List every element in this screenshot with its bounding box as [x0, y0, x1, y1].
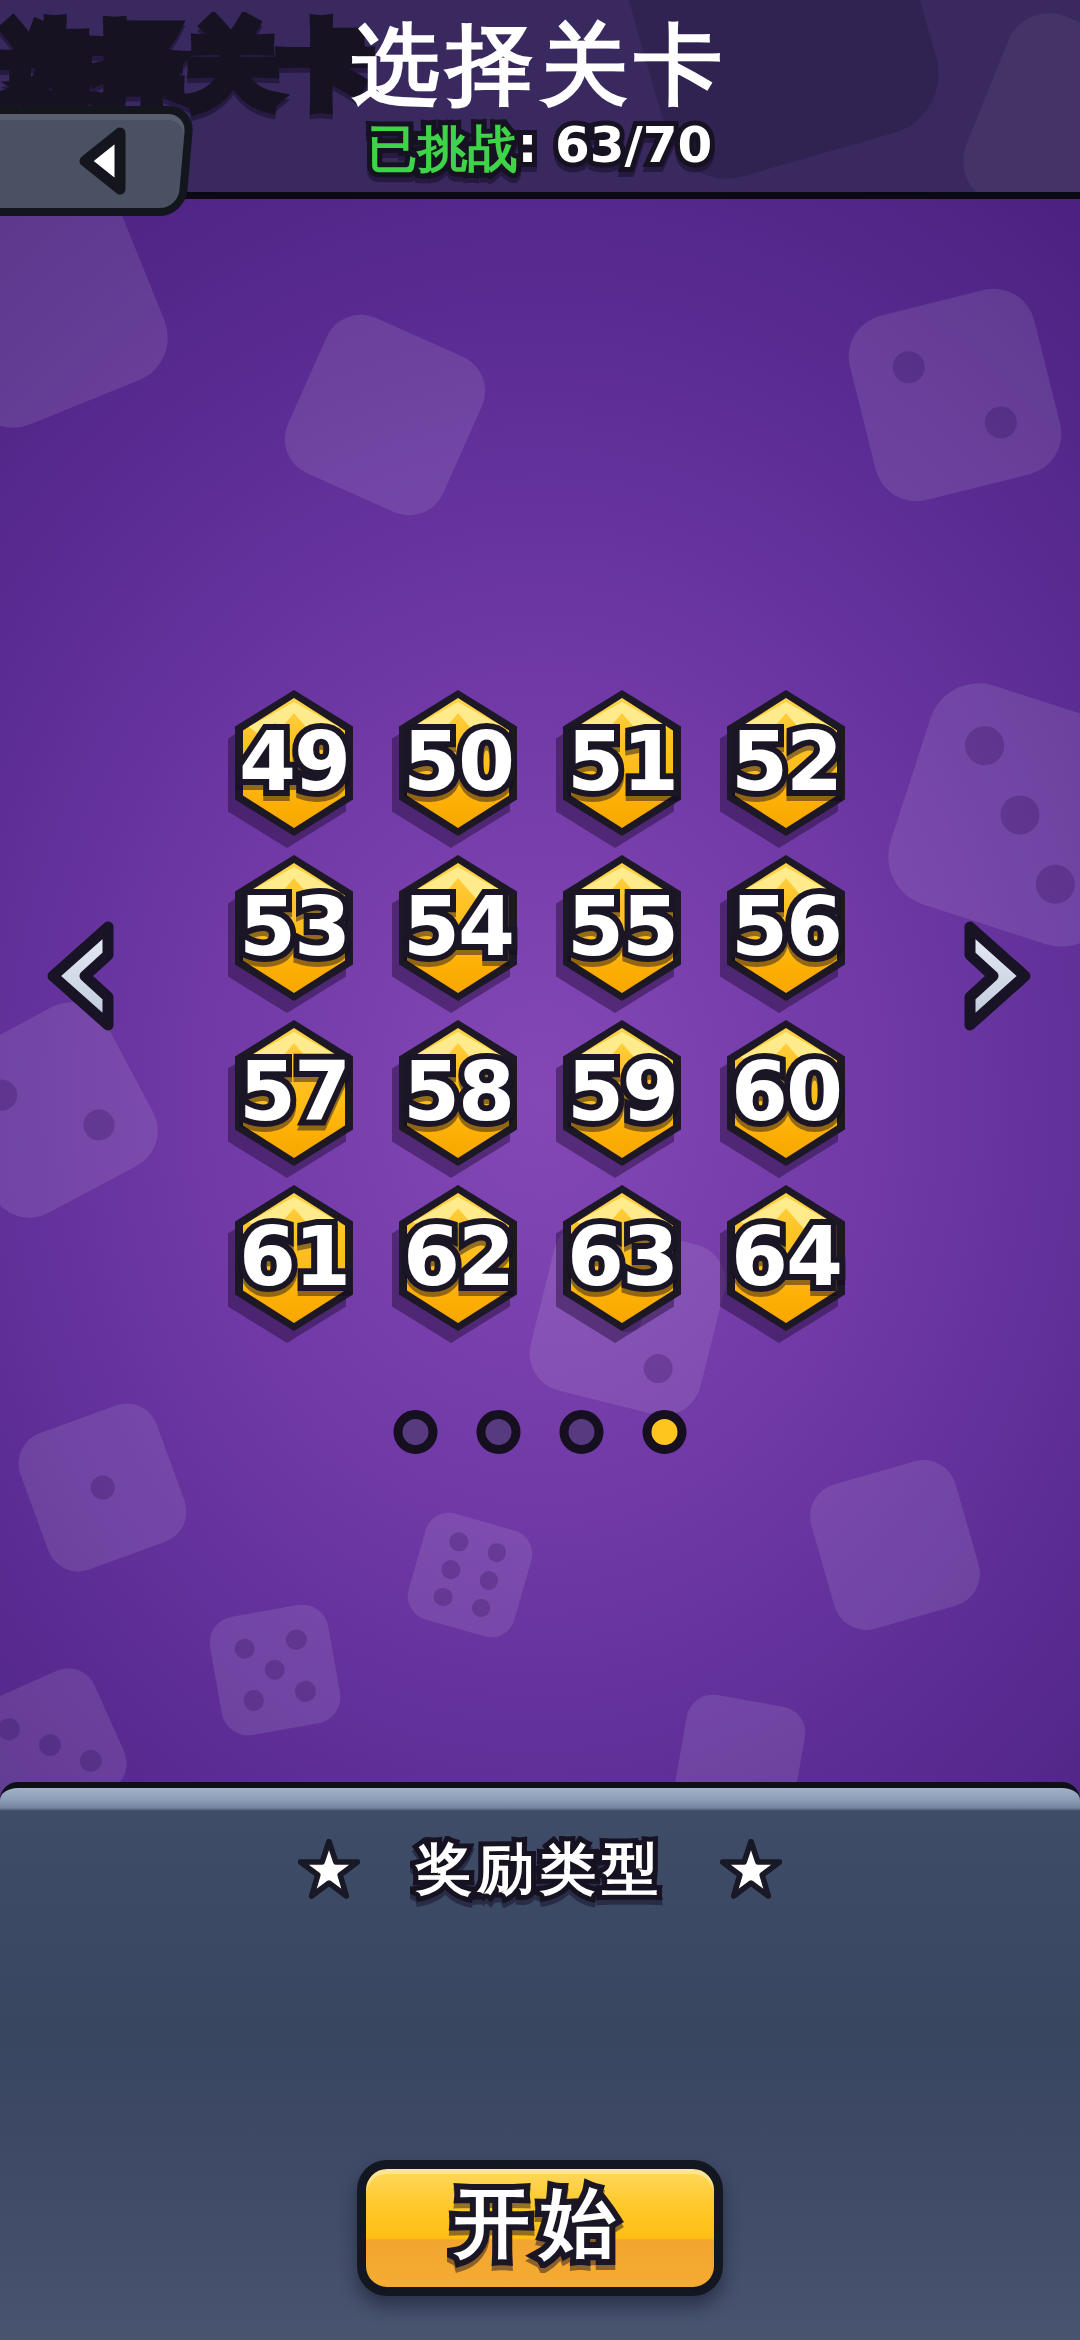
- level-button-58[interactable]: 5858: [399, 1020, 517, 1166]
- level-button-59[interactable]: 5959: [563, 1020, 681, 1166]
- dice-pip: [485, 1541, 508, 1564]
- level-number: 5353: [239, 879, 349, 974]
- star-icon: [720, 1839, 782, 1901]
- level-button-60[interactable]: 6060: [727, 1020, 845, 1166]
- level-button-50[interactable]: 5050: [399, 690, 517, 836]
- dice-decoration-icon: [205, 1600, 344, 1739]
- dice-pip: [889, 348, 928, 387]
- level-button-52[interactable]: 5252: [727, 690, 845, 836]
- level-button-55[interactable]: 5555: [563, 855, 681, 1001]
- dice-pip: [1031, 860, 1080, 909]
- level-grid: 4949 5050 5151 5252 5353 5454 5555 5656 …: [235, 690, 845, 1331]
- level-number: 5050: [403, 714, 513, 809]
- dice-pip: [960, 721, 1009, 770]
- page-dot-1[interactable]: [394, 1410, 438, 1454]
- level-number: 5858: [403, 1044, 513, 1139]
- star-icon: [298, 1839, 360, 1901]
- dice-decoration-icon: [840, 280, 1070, 510]
- dice-pip: [432, 1585, 455, 1608]
- progress-value: : 63/70: 63/70: [518, 116, 713, 174]
- level-button-64[interactable]: 6464: [727, 1185, 845, 1331]
- next-page-button[interactable]: [960, 918, 1036, 1038]
- level-number: 6060: [731, 1044, 841, 1139]
- dice-pip: [470, 1596, 493, 1619]
- reward-header: 奖励类型奖励类型: [0, 1832, 1080, 1908]
- dice-pip: [233, 1637, 257, 1661]
- page-dot-2[interactable]: [477, 1410, 521, 1454]
- level-button-62[interactable]: 6262: [399, 1185, 517, 1331]
- level-button-53[interactable]: 5353: [235, 855, 353, 1001]
- dice-pip: [35, 1730, 64, 1759]
- level-number: 6262: [403, 1209, 513, 1304]
- page-indicator: [394, 1410, 687, 1454]
- dice-pip: [285, 1628, 309, 1652]
- dice-pip: [78, 1104, 119, 1145]
- dice-pip: [242, 1689, 266, 1713]
- dice-pip: [77, 1746, 106, 1775]
- level-button-49[interactable]: 4949: [235, 690, 353, 836]
- page-dot-3[interactable]: [560, 1410, 604, 1454]
- chevron-left-icon: [42, 918, 118, 1034]
- dice-pip: [294, 1680, 318, 1704]
- dice-decoration-icon: [10, 1395, 196, 1581]
- page-dot-4[interactable]: [643, 1410, 687, 1454]
- level-number: 6464: [731, 1209, 841, 1304]
- dice-decoration-icon: [802, 1452, 988, 1638]
- level-number: 5757: [239, 1044, 349, 1139]
- dice-decoration-icon: [875, 670, 1080, 960]
- prev-page-button[interactable]: [42, 918, 118, 1038]
- level-number: 4949: [239, 714, 349, 809]
- level-number: 5454: [403, 879, 513, 974]
- level-number: 5252: [731, 714, 841, 809]
- dice-decoration-icon: [402, 1507, 538, 1643]
- reward-title: 奖励类型奖励类型: [416, 1832, 664, 1908]
- dice-pip: [263, 1658, 287, 1682]
- level-number: 6161: [239, 1209, 349, 1304]
- level-number: 6363: [567, 1209, 677, 1304]
- level-button-51[interactable]: 5151: [563, 690, 681, 836]
- back-triangle-icon: [74, 126, 132, 196]
- back-button[interactable]: [0, 106, 195, 216]
- level-number: 5151: [567, 714, 677, 809]
- chevron-right-icon: [960, 918, 1036, 1034]
- dice-decoration-icon: [273, 303, 497, 527]
- level-button-61[interactable]: 6161: [235, 1185, 353, 1331]
- level-number: 5959: [567, 1044, 677, 1139]
- level-number: 5555: [567, 879, 677, 974]
- dice-pip: [0, 1074, 22, 1115]
- level-button-63[interactable]: 6363: [563, 1185, 681, 1331]
- start-button-label: 开始开始: [454, 2173, 626, 2276]
- level-button-54[interactable]: 5454: [399, 855, 517, 1001]
- dice-pip: [87, 1472, 119, 1504]
- start-button[interactable]: 开始开始: [357, 2160, 723, 2296]
- dice-pip: [447, 1530, 470, 1553]
- level-number: 5656: [731, 879, 841, 974]
- dice-pip: [477, 1569, 500, 1592]
- level-button-57[interactable]: 5757: [235, 1020, 353, 1166]
- dice-pip: [995, 790, 1044, 839]
- level-button-56[interactable]: 5656: [727, 855, 845, 1001]
- dice-pip: [0, 1715, 23, 1744]
- progress-label: 已挑战已挑战: [368, 116, 518, 183]
- dice-pip: [439, 1558, 462, 1581]
- dice-pip: [640, 1350, 676, 1386]
- dice-pip: [981, 403, 1020, 442]
